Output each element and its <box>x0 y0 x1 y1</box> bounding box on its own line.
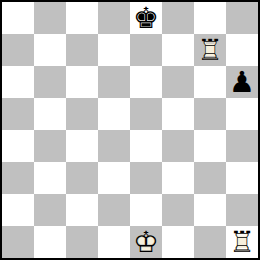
square-e2[interactable] <box>130 194 162 226</box>
square-d5[interactable] <box>98 98 130 130</box>
square-h3[interactable] <box>226 162 258 194</box>
square-a7[interactable] <box>2 34 34 66</box>
square-h4[interactable] <box>226 130 258 162</box>
square-b2[interactable] <box>34 194 66 226</box>
white-rook-outline-glyph: ♖ <box>194 34 226 66</box>
square-f5[interactable] <box>162 98 194 130</box>
white-rook-g7[interactable]: ♜♖ <box>194 34 226 66</box>
square-c1[interactable] <box>66 226 98 258</box>
square-h6[interactable]: ♟ <box>226 66 258 98</box>
square-c6[interactable] <box>66 66 98 98</box>
square-e5[interactable] <box>130 98 162 130</box>
square-g4[interactable] <box>194 130 226 162</box>
square-e3[interactable] <box>130 162 162 194</box>
square-d6[interactable] <box>98 66 130 98</box>
white-king-e1[interactable]: ♚♔ <box>130 226 162 258</box>
square-f4[interactable] <box>162 130 194 162</box>
square-h8[interactable] <box>226 2 258 34</box>
white-king-outline-glyph: ♔ <box>130 226 162 258</box>
square-a1[interactable] <box>2 226 34 258</box>
square-f2[interactable] <box>162 194 194 226</box>
square-c8[interactable] <box>66 2 98 34</box>
square-e7[interactable] <box>130 34 162 66</box>
square-e4[interactable] <box>130 130 162 162</box>
square-c7[interactable] <box>66 34 98 66</box>
square-b5[interactable] <box>34 98 66 130</box>
square-h1[interactable]: ♜♖ <box>226 226 258 258</box>
square-d7[interactable] <box>98 34 130 66</box>
square-b1[interactable] <box>34 226 66 258</box>
square-h5[interactable] <box>226 98 258 130</box>
square-f7[interactable] <box>162 34 194 66</box>
square-e6[interactable] <box>130 66 162 98</box>
square-f6[interactable] <box>162 66 194 98</box>
chess-diagram: ♚♜♖♟♚♔♜♖ <box>0 0 260 260</box>
square-g8[interactable] <box>194 2 226 34</box>
square-f3[interactable] <box>162 162 194 194</box>
square-e8[interactable]: ♚ <box>130 2 162 34</box>
square-c2[interactable] <box>66 194 98 226</box>
square-g5[interactable] <box>194 98 226 130</box>
white-rook-h1[interactable]: ♜♖ <box>226 226 258 258</box>
square-c5[interactable] <box>66 98 98 130</box>
square-g3[interactable] <box>194 162 226 194</box>
black-king-e8[interactable]: ♚ <box>130 2 162 34</box>
square-c3[interactable] <box>66 162 98 194</box>
square-e1[interactable]: ♚♔ <box>130 226 162 258</box>
square-d2[interactable] <box>98 194 130 226</box>
chess-board: ♚♜♖♟♚♔♜♖ <box>0 0 260 260</box>
square-f1[interactable] <box>162 226 194 258</box>
square-b6[interactable] <box>34 66 66 98</box>
square-d1[interactable] <box>98 226 130 258</box>
square-g1[interactable] <box>194 226 226 258</box>
square-d8[interactable] <box>98 2 130 34</box>
square-g7[interactable]: ♜♖ <box>194 34 226 66</box>
square-a8[interactable] <box>2 2 34 34</box>
square-b7[interactable] <box>34 34 66 66</box>
square-g6[interactable] <box>194 66 226 98</box>
square-b8[interactable] <box>34 2 66 34</box>
black-pawn-h6[interactable]: ♟ <box>226 66 258 98</box>
square-g2[interactable] <box>194 194 226 226</box>
square-c4[interactable] <box>66 130 98 162</box>
square-h2[interactable] <box>226 194 258 226</box>
square-f8[interactable] <box>162 2 194 34</box>
square-d3[interactable] <box>98 162 130 194</box>
square-a5[interactable] <box>2 98 34 130</box>
square-a4[interactable] <box>2 130 34 162</box>
square-d4[interactable] <box>98 130 130 162</box>
square-b3[interactable] <box>34 162 66 194</box>
square-h7[interactable] <box>226 34 258 66</box>
square-a6[interactable] <box>2 66 34 98</box>
square-b4[interactable] <box>34 130 66 162</box>
square-a3[interactable] <box>2 162 34 194</box>
square-a2[interactable] <box>2 194 34 226</box>
white-rook-outline-glyph: ♖ <box>226 226 258 258</box>
